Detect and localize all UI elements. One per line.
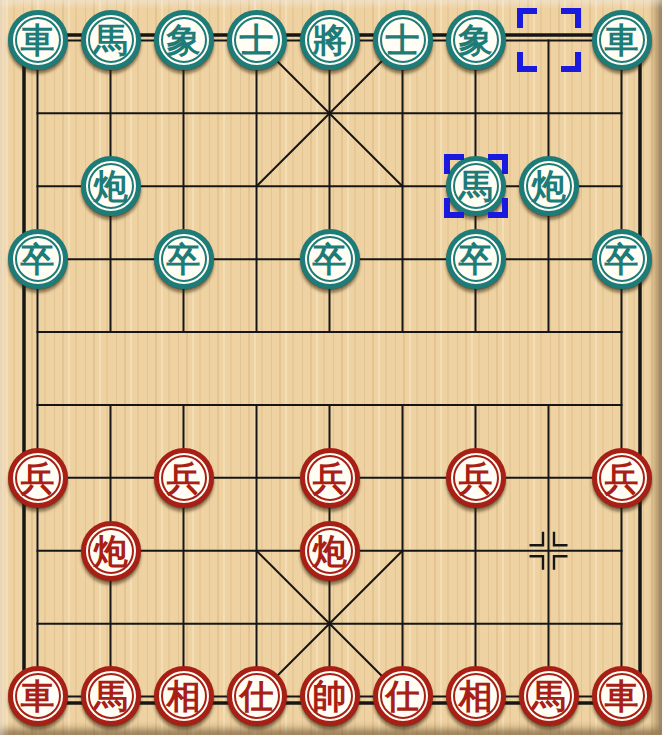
piece-black-cannon[interactable]: 炮	[519, 156, 579, 216]
board-point-h0-marker	[512, 4, 585, 77]
piece-red-chariot[interactable]: 車	[8, 666, 68, 726]
piece-black-soldier[interactable]: 卒	[592, 229, 652, 289]
piece-black-advisor[interactable]: 士	[373, 10, 433, 70]
piece-red-cannon[interactable]: 炮	[81, 521, 141, 581]
board-point-g6: 兵	[439, 441, 512, 514]
board-point-e3: 卒	[293, 223, 366, 296]
board-point-f0: 士	[366, 4, 439, 77]
piece-red-cannon[interactable]: 炮	[300, 521, 360, 581]
bracket-corner-br	[561, 52, 581, 72]
piece-red-advisor[interactable]: 仕	[373, 666, 433, 726]
board-point-g3: 卒	[439, 223, 512, 296]
piece-black-horse[interactable]: 馬	[81, 10, 141, 70]
board-point-c0: 象	[147, 4, 220, 77]
board-point-h2: 炮	[512, 150, 585, 223]
board-point-c6: 兵	[147, 441, 220, 514]
board-point-a6: 兵	[1, 441, 74, 514]
piece-black-chariot[interactable]: 車	[8, 10, 68, 70]
board-point-c3: 卒	[147, 223, 220, 296]
bracket-corner-tr	[561, 8, 581, 28]
piece-red-general[interactable]: 帥	[300, 666, 360, 726]
board-point-a0: 車	[1, 4, 74, 77]
xiangqi-board: 車馬象士將士象車炮馬炮卒卒卒卒卒兵兵兵兵兵炮炮車馬相仕帥仕相馬車	[0, 0, 662, 735]
piece-black-horse[interactable]: 馬	[446, 156, 506, 216]
piece-black-soldier[interactable]: 卒	[8, 229, 68, 289]
board-point-i3: 卒	[585, 223, 658, 296]
piece-red-soldier[interactable]: 兵	[446, 448, 506, 508]
piece-red-chariot[interactable]: 車	[592, 666, 652, 726]
piece-red-soldier[interactable]: 兵	[300, 448, 360, 508]
board-point-g0: 象	[439, 4, 512, 77]
piece-red-horse[interactable]: 馬	[81, 666, 141, 726]
piece-red-soldier[interactable]: 兵	[8, 448, 68, 508]
piece-black-elephant[interactable]: 象	[446, 10, 506, 70]
board-point-b2: 炮	[74, 150, 147, 223]
board-point-a9: 車	[1, 660, 74, 733]
piece-red-soldier[interactable]: 兵	[592, 448, 652, 508]
board-point-g9: 相	[439, 660, 512, 733]
piece-red-soldier[interactable]: 兵	[154, 448, 214, 508]
board-point-h9: 馬	[512, 660, 585, 733]
piece-black-elephant[interactable]: 象	[154, 10, 214, 70]
bracket-corner-tl	[517, 8, 537, 28]
last-move-from-marker	[517, 8, 581, 72]
piece-black-soldier[interactable]: 卒	[154, 229, 214, 289]
board-point-e6: 兵	[293, 441, 366, 514]
board-point-b0: 馬	[74, 4, 147, 77]
board-point-i9: 車	[585, 660, 658, 733]
board-point-b9: 馬	[74, 660, 147, 733]
piece-black-advisor[interactable]: 士	[227, 10, 287, 70]
board-point-d0: 士	[220, 4, 293, 77]
piece-red-advisor[interactable]: 仕	[227, 666, 287, 726]
piece-red-horse[interactable]: 馬	[519, 666, 579, 726]
piece-black-general[interactable]: 將	[300, 10, 360, 70]
board-grid: 車馬象士將士象車炮馬炮卒卒卒卒卒兵兵兵兵兵炮炮車馬相仕帥仕相馬車	[1, 4, 658, 733]
board-point-e0: 將	[293, 4, 366, 77]
bracket-corner-bl	[517, 52, 537, 72]
board-point-i0: 車	[585, 4, 658, 77]
piece-black-soldier[interactable]: 卒	[446, 229, 506, 289]
piece-red-elephant[interactable]: 相	[154, 666, 214, 726]
board-point-c9: 相	[147, 660, 220, 733]
board-point-d9: 仕	[220, 660, 293, 733]
board-point-a3: 卒	[1, 223, 74, 296]
board-point-e9: 帥	[293, 660, 366, 733]
board-point-f9: 仕	[366, 660, 439, 733]
piece-red-elephant[interactable]: 相	[446, 666, 506, 726]
piece-black-cannon[interactable]: 炮	[81, 156, 141, 216]
board-point-i6: 兵	[585, 441, 658, 514]
board-point-b7: 炮	[74, 514, 147, 587]
board-point-e7: 炮	[293, 514, 366, 587]
piece-black-soldier[interactable]: 卒	[300, 229, 360, 289]
piece-black-chariot[interactable]: 車	[592, 10, 652, 70]
